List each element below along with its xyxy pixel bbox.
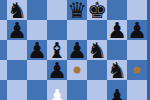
square-c7[interactable]	[27, 20, 47, 40]
square-a4[interactable]	[0, 80, 7, 100]
piece-black-knight-f6[interactable]: ♞	[87, 40, 107, 60]
square-f7[interactable]	[87, 20, 107, 40]
square-c6[interactable]: ♟	[27, 40, 47, 60]
square-c8[interactable]	[27, 0, 47, 20]
piece-black-pawn-h7[interactable]: ♟	[127, 20, 147, 40]
square-h7[interactable]: ♟	[127, 20, 147, 40]
square-g6[interactable]	[107, 40, 127, 60]
square-h6[interactable]	[127, 40, 147, 60]
move-hint-dot-h5[interactable]	[134, 67, 141, 74]
square-c4[interactable]	[27, 80, 47, 100]
square-d8[interactable]	[47, 0, 67, 20]
move-hint-dot-e5[interactable]	[74, 67, 81, 74]
piece-black-pawn-e6[interactable]: ♟	[67, 40, 87, 60]
square-d7[interactable]	[47, 20, 67, 40]
square-f6[interactable]: ♞	[87, 40, 107, 60]
square-d5[interactable]: ♟	[47, 60, 67, 80]
square-d6[interactable]: ♝	[47, 40, 67, 60]
square-b7[interactable]: ♟	[7, 20, 27, 40]
square-e7[interactable]	[67, 20, 87, 40]
square-h5[interactable]	[127, 60, 147, 80]
piece-white-pawn-d4[interactable]: ♟	[47, 80, 67, 100]
square-a5[interactable]	[0, 60, 7, 80]
piece-black-bishop-d6[interactable]: ♝	[47, 40, 67, 60]
square-h4[interactable]	[127, 80, 147, 100]
piece-black-queen-e8[interactable]: ♛	[67, 0, 87, 20]
piece-black-pawn-d5[interactable]: ♟	[47, 60, 67, 80]
square-b5[interactable]	[7, 60, 27, 80]
piece-black-pawn-c6[interactable]: ♟	[27, 40, 47, 60]
square-g5[interactable]: ♞	[107, 60, 127, 80]
piece-black-pawn-g7[interactable]: ♟	[107, 20, 127, 40]
square-a8[interactable]	[0, 0, 7, 20]
piece-black-knight-g5[interactable]: ♞	[107, 60, 127, 80]
piece-black-king-f8[interactable]: ♚	[87, 0, 107, 20]
square-e6[interactable]: ♟	[67, 40, 87, 60]
square-f5[interactable]	[87, 60, 107, 80]
square-c5[interactable]	[27, 60, 47, 80]
square-f4[interactable]	[87, 80, 107, 100]
piece-black-pawn-b7[interactable]: ♟	[7, 20, 27, 40]
square-b6[interactable]	[7, 40, 27, 60]
square-h8[interactable]	[127, 0, 147, 20]
chess-board-viewport: ♞♛♚♟♟♟♟♝♟♞♟♞♟♟	[0, 0, 150, 100]
square-d4[interactable]: ♟	[47, 80, 67, 100]
square-g7[interactable]: ♟	[107, 20, 127, 40]
square-g8[interactable]	[107, 0, 127, 20]
piece-black-knight-b8[interactable]: ♞	[7, 0, 27, 20]
square-e8[interactable]: ♛	[67, 0, 87, 20]
square-g4[interactable]: ♟	[107, 80, 127, 100]
square-a7[interactable]	[0, 20, 7, 40]
square-e5[interactable]	[67, 60, 87, 80]
piece-black-pawn-g4[interactable]: ♟	[107, 80, 127, 100]
chess-board[interactable]: ♞♛♚♟♟♟♟♝♟♞♟♞♟♟	[0, 0, 147, 100]
square-a6[interactable]	[0, 40, 7, 60]
square-b4[interactable]	[7, 80, 27, 100]
square-f8[interactable]: ♚	[87, 0, 107, 20]
square-e4[interactable]	[67, 80, 87, 100]
square-b8[interactable]: ♞	[7, 0, 27, 20]
